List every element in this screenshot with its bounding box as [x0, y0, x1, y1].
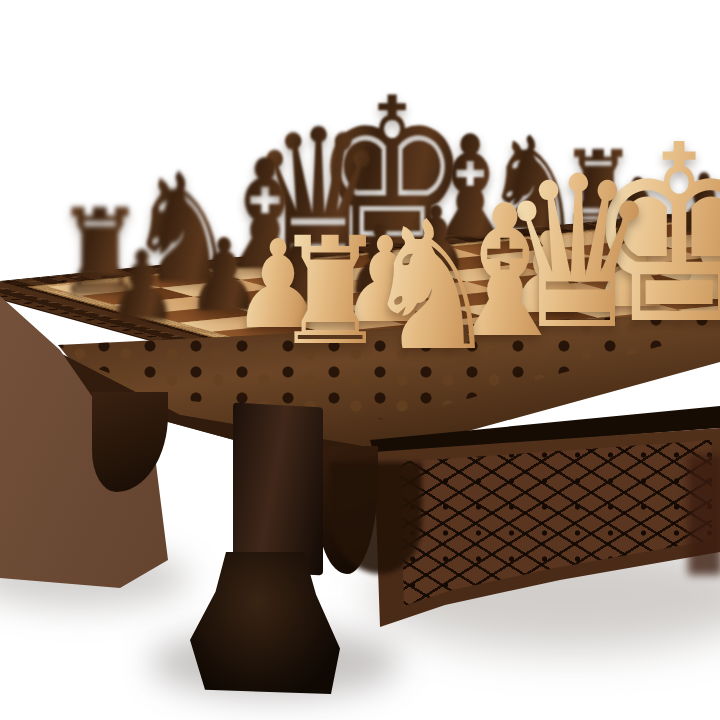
right-leg-hint	[688, 455, 720, 575]
piece-black-pawn-a7[interactable]: ♟	[105, 238, 179, 334]
piece-white-knight-b1[interactable]: ♞	[362, 198, 499, 376]
chess-table-photo: ♜♞♝♛♚♝♞♜♟♟♟♟♟♟♟♜♞♝♛♚♟♟♟♟♟	[0, 0, 720, 720]
front-leg-post	[233, 403, 323, 576]
